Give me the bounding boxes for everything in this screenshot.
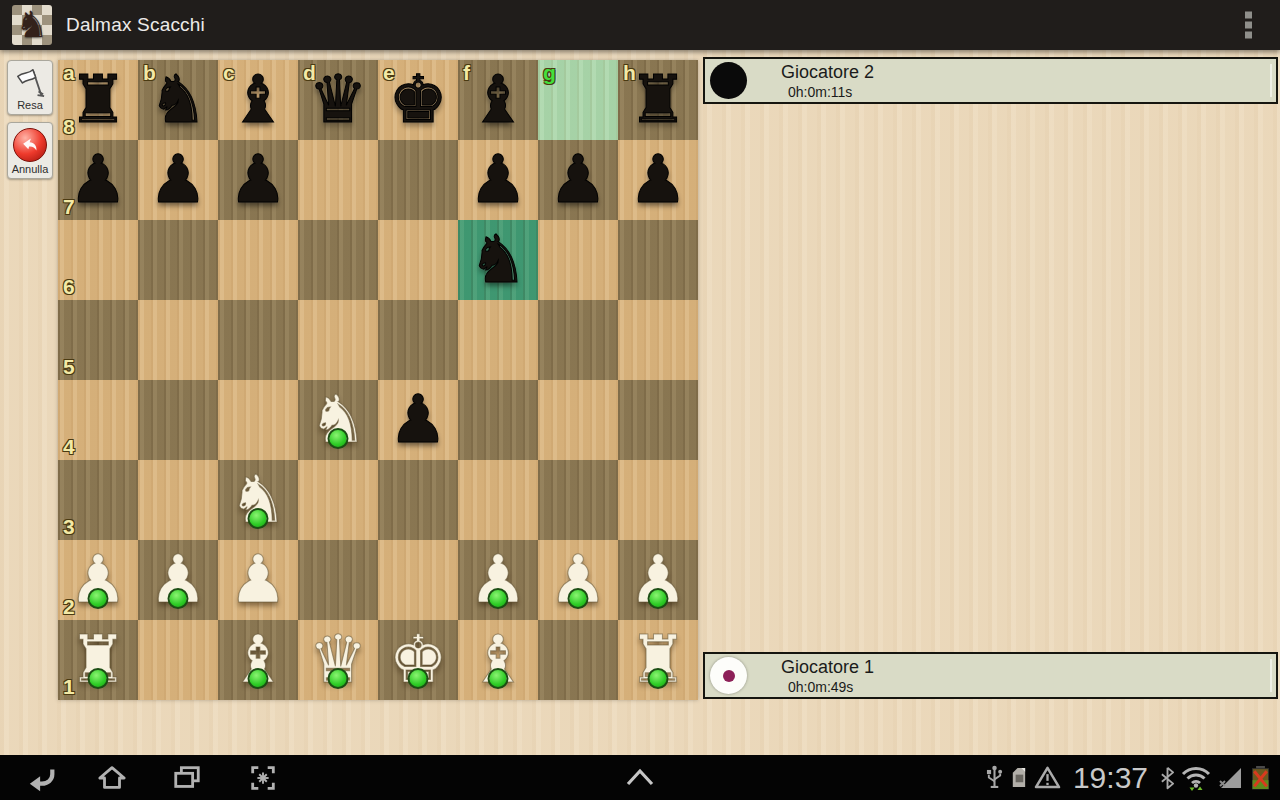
resign-button[interactable]: Resa (7, 60, 53, 115)
square-h7[interactable]: ♟ (618, 140, 698, 220)
square-g6[interactable] (538, 220, 618, 300)
movable-dot-h1 (648, 668, 669, 689)
square-f4[interactable] (458, 380, 538, 460)
black-pawn-h7: ♟ (618, 140, 698, 220)
movable-dot-f2 (488, 588, 509, 609)
square-b8[interactable]: b♞ (138, 60, 218, 140)
movable-dot-c1 (248, 668, 269, 689)
square-e2[interactable] (378, 540, 458, 620)
battery-error-icon (1249, 763, 1272, 792)
square-g4[interactable] (538, 380, 618, 460)
square-b7[interactable]: ♟ (138, 140, 218, 220)
square-a7[interactable]: 7♟ (58, 140, 138, 220)
square-d5[interactable] (298, 300, 378, 380)
white-player-name: Giocatore 1 (781, 657, 874, 678)
square-h1[interactable]: ♜ (618, 620, 698, 700)
square-c3[interactable]: ♞ (218, 460, 298, 540)
square-d3[interactable] (298, 460, 378, 540)
undo-icon (13, 128, 47, 162)
file-label-g: g (543, 61, 556, 85)
overflow-menu-icon[interactable] (1239, 6, 1258, 45)
usb-icon (986, 764, 1003, 791)
knight-photo-icon: ♞ (16, 7, 48, 43)
square-e5[interactable] (378, 300, 458, 380)
square-b2[interactable]: ♟ (138, 540, 218, 620)
warning-icon (1034, 765, 1061, 790)
android-nav-bar: 19:37 (0, 755, 1280, 800)
square-c1[interactable]: ♝ (218, 620, 298, 700)
square-g3[interactable] (538, 460, 618, 540)
square-f2[interactable]: ♟ (458, 540, 538, 620)
screenshot-icon[interactable] (247, 763, 279, 793)
square-b6[interactable] (138, 220, 218, 300)
square-h8[interactable]: h♜ (618, 60, 698, 140)
app-bar: ♞ Dalmax Scacchi (0, 0, 1280, 50)
black-pawn-f7: ♟ (458, 140, 538, 220)
square-d2[interactable] (298, 540, 378, 620)
movable-dot-b2 (168, 588, 189, 609)
movable-dot-f1 (488, 668, 509, 689)
rank-label-3: 3 (63, 515, 75, 539)
chess-board: a8♜b♞c♝d♛e♚f♝gh♜7♟♟♟♟♟♟6♞54♞♟3♞2♟♟♟♟♟♟1♜… (58, 60, 698, 700)
square-a3[interactable]: 3 (58, 460, 138, 540)
status-tray: 19:37 (986, 755, 1272, 800)
black-pawn-c7: ♟ (218, 140, 298, 220)
square-h5[interactable] (618, 300, 698, 380)
square-g5[interactable] (538, 300, 618, 380)
square-g8[interactable]: g (538, 60, 618, 140)
square-f5[interactable] (458, 300, 538, 380)
square-e1[interactable]: ♚ (378, 620, 458, 700)
black-player-clock: 0h:0m:11s (788, 84, 874, 100)
back-icon[interactable] (26, 763, 58, 793)
square-b5[interactable] (138, 300, 218, 380)
rank-label-2: 2 (63, 595, 75, 619)
square-g2[interactable]: ♟ (538, 540, 618, 620)
undo-button[interactable]: Annulla (7, 122, 53, 179)
file-label-e: e (383, 61, 395, 85)
black-player-avatar (710, 62, 747, 99)
square-a6[interactable]: 6 (58, 220, 138, 300)
wifi-icon (1181, 764, 1211, 792)
white-player-avatar (710, 657, 747, 694)
square-f8[interactable]: f♝ (458, 60, 538, 140)
white-pawn-c2: ♟ (218, 540, 298, 620)
player-panel-white: Giocatore 1 0h:0m:49s (703, 652, 1278, 699)
square-e7[interactable] (378, 140, 458, 220)
undo-button-label: Annulla (12, 163, 49, 175)
square-c6[interactable] (218, 220, 298, 300)
square-d8[interactable]: d♛ (298, 60, 378, 140)
square-h2[interactable]: ♟ (618, 540, 698, 620)
chevron-up-icon[interactable] (618, 765, 662, 789)
signal-icon (1217, 766, 1243, 790)
rank-label-1: 1 (63, 675, 75, 699)
square-g7[interactable]: ♟ (538, 140, 618, 220)
player-panel-black: Giocatore 2 0h:0m:11s (703, 57, 1278, 104)
turn-indicator-dot (723, 670, 735, 682)
square-d6[interactable] (298, 220, 378, 300)
file-label-f: f (463, 61, 470, 85)
square-e3[interactable] (378, 460, 458, 540)
square-c4[interactable] (218, 380, 298, 460)
black-knight-f6: ♞ (458, 220, 538, 300)
square-a1[interactable]: 1♜ (58, 620, 138, 700)
square-e8[interactable]: e♚ (378, 60, 458, 140)
square-d7[interactable] (298, 140, 378, 220)
square-d1[interactable]: ♛ (298, 620, 378, 700)
app-title: Dalmax Scacchi (66, 14, 205, 36)
square-f3[interactable] (458, 460, 538, 540)
square-f6[interactable]: ♞ (458, 220, 538, 300)
rank-label-4: 4 (63, 435, 75, 459)
square-b4[interactable] (138, 380, 218, 460)
square-a2[interactable]: 2♟ (58, 540, 138, 620)
square-h3[interactable] (618, 460, 698, 540)
white-flag-icon (13, 66, 47, 98)
movable-dot-g2 (568, 588, 589, 609)
resign-button-label: Resa (17, 99, 43, 111)
square-c5[interactable] (218, 300, 298, 380)
black-pawn-e4: ♟ (378, 380, 458, 460)
black-pawn-b7: ♟ (138, 140, 218, 220)
square-g1[interactable] (538, 620, 618, 700)
black-pawn-g7: ♟ (538, 140, 618, 220)
black-bishop-f8: ♝ (458, 60, 538, 140)
movable-dot-d1 (328, 668, 349, 689)
square-d4[interactable]: ♞ (298, 380, 378, 460)
app-icon: ♞ (12, 5, 52, 45)
white-player-clock: 0h:0m:49s (788, 679, 874, 695)
movable-dot-d4 (328, 428, 349, 449)
bluetooth-icon (1160, 766, 1175, 790)
square-b3[interactable] (138, 460, 218, 540)
status-clock: 19:37 (1073, 763, 1148, 793)
square-a5[interactable]: 5 (58, 300, 138, 380)
recents-icon[interactable] (171, 763, 203, 793)
movable-dot-e1 (408, 668, 429, 689)
rank-label-6: 6 (63, 275, 75, 299)
square-c2[interactable]: ♟ (218, 540, 298, 620)
file-label-c: c (223, 61, 235, 85)
square-f1[interactable]: ♝ (458, 620, 538, 700)
movable-dot-c3 (248, 508, 269, 529)
square-e4[interactable]: ♟ (378, 380, 458, 460)
movable-dot-a1 (88, 668, 109, 689)
square-b1[interactable] (138, 620, 218, 700)
rank-label-8: 8 (63, 115, 75, 139)
square-e6[interactable] (378, 220, 458, 300)
rank-label-5: 5 (63, 355, 75, 379)
file-label-a: a (63, 61, 75, 85)
file-label-h: h (623, 61, 636, 85)
sd-card-icon (1009, 765, 1028, 790)
movable-dot-h2 (648, 588, 669, 609)
square-h4[interactable] (618, 380, 698, 460)
square-f7[interactable]: ♟ (458, 140, 538, 220)
square-a8[interactable]: a8♜ (58, 60, 138, 140)
app-screen: ♞ Dalmax Scacchi Resa Annulla a8♜b♞c♝d♛e… (0, 0, 1280, 800)
file-label-d: d (303, 61, 316, 85)
square-c8[interactable]: c♝ (218, 60, 298, 140)
home-icon[interactable] (96, 763, 128, 793)
rank-label-7: 7 (63, 195, 75, 219)
square-h6[interactable] (618, 220, 698, 300)
file-label-b: b (143, 61, 156, 85)
movable-dot-a2 (88, 588, 109, 609)
square-c7[interactable]: ♟ (218, 140, 298, 220)
black-player-name: Giocatore 2 (781, 62, 874, 83)
square-a4[interactable]: 4 (58, 380, 138, 460)
